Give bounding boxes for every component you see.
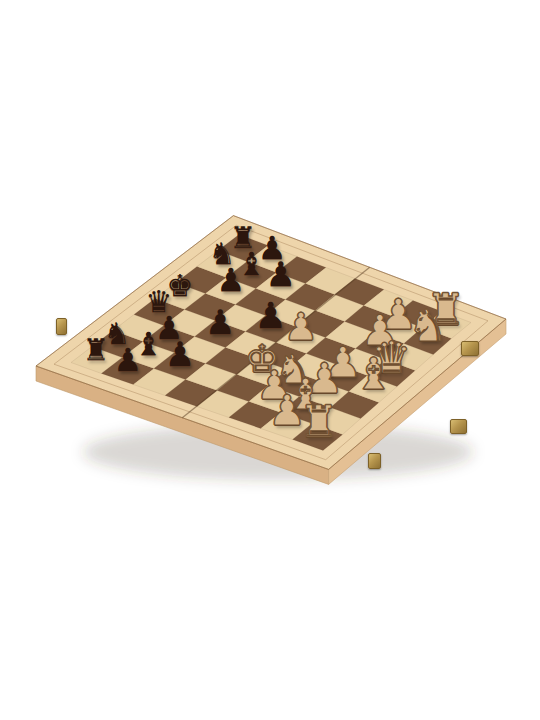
left-hinge	[56, 318, 67, 335]
chess-board	[0, 0, 540, 720]
right-clasp	[461, 341, 479, 356]
right-lower-clasp	[450, 419, 467, 434]
chess-set-photo: ♜♞♛♚♞♜♟♝♟♟♝♟♟♟♟♟♚♟♟♞♟♝♟♟♟♟♜♝♛♞♜	[0, 0, 540, 720]
front-latch	[368, 453, 381, 469]
